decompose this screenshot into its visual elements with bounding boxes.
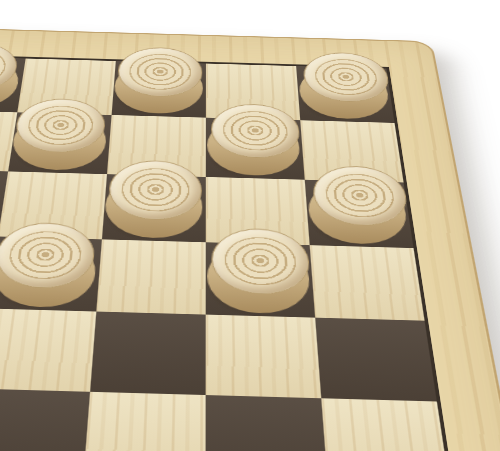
checker-piece-r3c8[interactable] <box>107 177 201 239</box>
checker-piece-r2c7[interactable] <box>13 115 107 171</box>
checker-piece-r2c9[interactable] <box>210 120 300 176</box>
checker-piece-r1c10[interactable] <box>300 69 389 121</box>
piece-shadow <box>0 170 4 246</box>
product-photo-stage <box>0 0 500 451</box>
checker-piece-r1c6[interactable] <box>0 58 21 109</box>
checkers-board <box>0 14 500 451</box>
checker-piece-r4c9[interactable] <box>211 246 310 314</box>
checker-piece-r1c8[interactable] <box>116 63 202 114</box>
pieces-layer <box>0 15 500 451</box>
checker-piece-r3c10[interactable] <box>309 183 408 245</box>
checker-piece-r4c7[interactable] <box>0 240 97 308</box>
